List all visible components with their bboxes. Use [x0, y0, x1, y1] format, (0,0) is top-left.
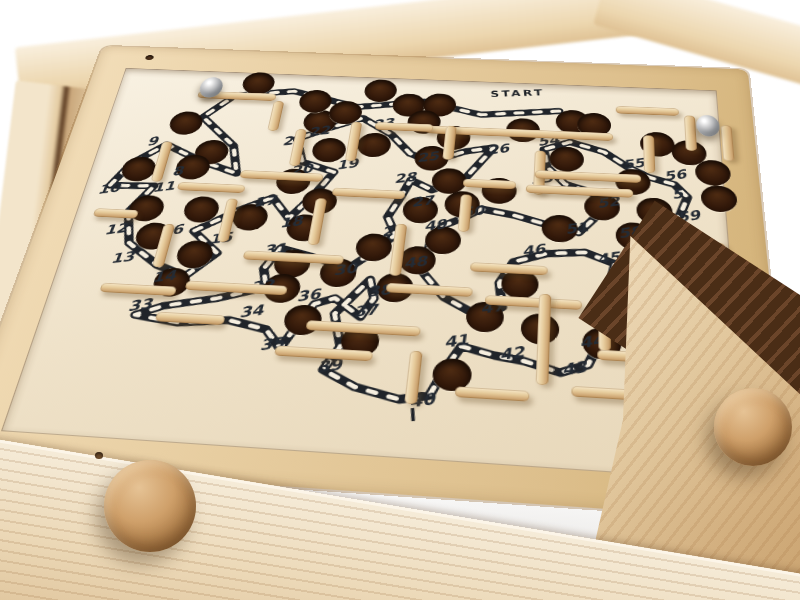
maze-wall — [683, 115, 696, 151]
hole-number: 34 — [239, 301, 263, 321]
hole-number: 48 — [403, 253, 428, 272]
hole-number: 18 — [280, 213, 303, 231]
tilt-knob-front[interactable] — [104, 460, 196, 552]
wooden-labyrinth-photo: START FINISH 891011121314151617181920212… — [0, 0, 800, 600]
front-panel-pivot-hole — [95, 452, 103, 459]
hole-number: 27 — [411, 193, 435, 210]
hole-number: 41 — [443, 331, 470, 352]
hole-number: 28 — [393, 169, 417, 186]
hole-number: 26 — [486, 141, 510, 157]
hole-number: 8 — [172, 164, 184, 179]
start-label: START — [490, 87, 545, 99]
hole-number: 43 — [560, 358, 588, 380]
hole-number: 37 — [353, 301, 378, 321]
hole-number: 25 — [416, 149, 439, 166]
hole-number: 9 — [147, 134, 159, 149]
hole-number: 49 — [423, 216, 448, 234]
hole-number: 36 — [296, 286, 320, 306]
hole-number: 17 — [254, 193, 277, 210]
maze-wall — [642, 135, 654, 173]
hole-number: 46 — [521, 241, 547, 260]
tilt-knob-side[interactable] — [714, 388, 792, 466]
hole-number: 51 — [564, 219, 590, 237]
frame-pivot-hole — [145, 55, 155, 60]
hole-number: 56 — [662, 167, 688, 184]
hole-number: 42 — [498, 343, 526, 364]
